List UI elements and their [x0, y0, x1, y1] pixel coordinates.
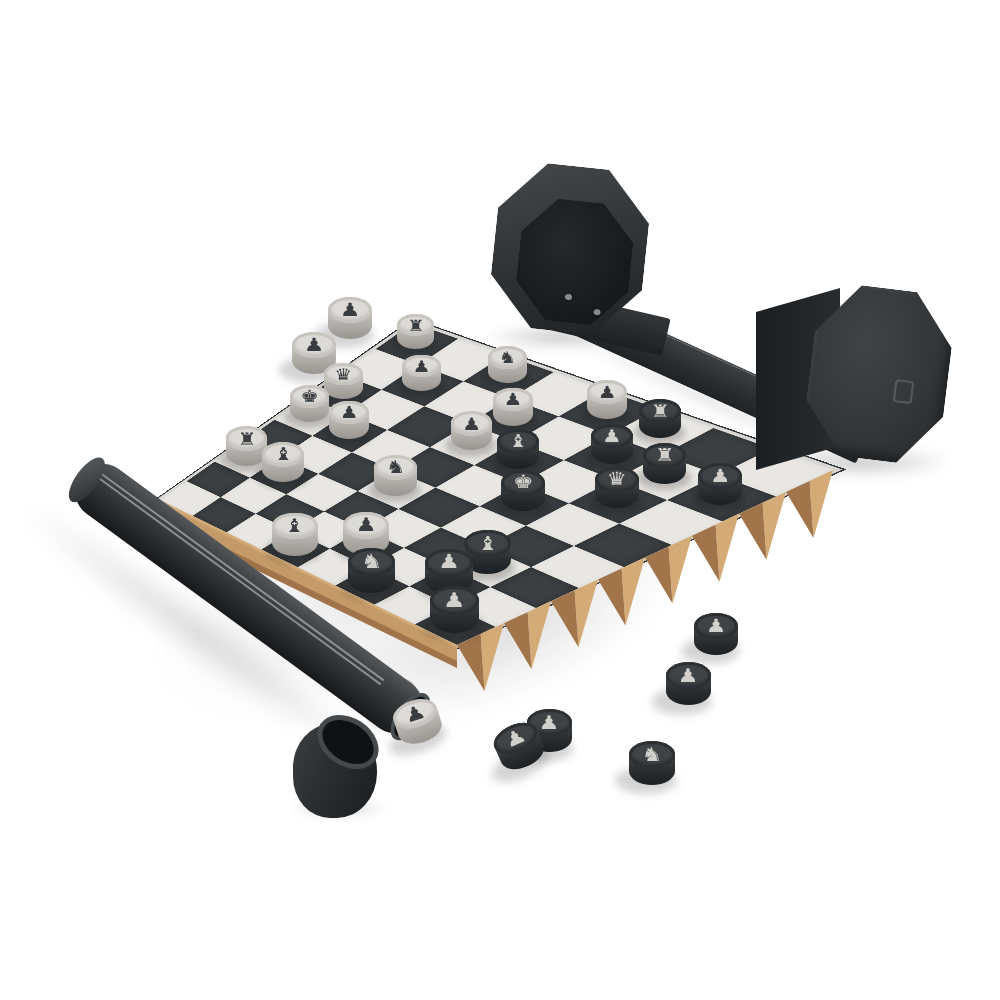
disc-top: ♚: [501, 470, 545, 496]
queen-glyph-icon: ♛: [334, 366, 352, 382]
disc-top: ♝: [272, 513, 318, 540]
disc-top: ♜: [639, 399, 680, 423]
piece-black-knight[interactable]: ♞: [348, 548, 395, 593]
disc-top: ♟: [694, 613, 738, 639]
disc-top: ♞: [348, 548, 395, 576]
queen-glyph-icon: ♛: [607, 470, 627, 488]
king-glyph-icon: ♚: [300, 388, 318, 404]
knight-glyph-icon: ♞: [641, 745, 662, 764]
umbra-logo-mark-icon: [892, 379, 914, 404]
piece-white-knight[interactable]: ♞: [488, 346, 527, 383]
disc-top: ♛: [595, 467, 639, 493]
disc-top: ♜: [226, 426, 267, 450]
piece-white-bishop[interactable]: ♝: [272, 513, 318, 556]
pawn-glyph-icon: ♟: [355, 516, 376, 535]
pawn-glyph-icon: ♟: [462, 415, 481, 432]
piece-black-pawn[interactable]: ♟: [591, 424, 633, 464]
piece-white-pawn[interactable]: ♟: [329, 401, 369, 439]
pawn-glyph-icon: ♟: [340, 404, 359, 421]
knight-glyph-icon: ♞: [361, 552, 383, 572]
rook-glyph-icon: ♜: [655, 447, 675, 465]
piece-white-pawn[interactable]: ♟: [587, 380, 627, 418]
piece-white-rook[interactable]: ♜: [226, 426, 267, 465]
piece-black-bishop[interactable]: ♝: [497, 429, 539, 469]
pawn-glyph-icon: ♟: [539, 713, 560, 732]
piece-black-pawn[interactable]: ♟: [698, 463, 742, 505]
disc-top: ♟: [343, 512, 389, 539]
bishop-glyph-icon: ♝: [508, 433, 528, 451]
pawn-glyph-icon: ♟: [402, 702, 428, 726]
pawn-glyph-icon: ♟: [503, 391, 522, 408]
rook-glyph-icon: ♜: [237, 430, 256, 447]
rook-glyph-icon: ♜: [650, 402, 669, 419]
pawn-glyph-icon: ♟: [443, 591, 466, 611]
disc-top: ♟: [402, 355, 441, 378]
disc-top: ♟: [451, 411, 492, 435]
piece-black-pawn[interactable]: ♟: [666, 662, 711, 705]
piece-white-pawn[interactable]: ♟: [493, 388, 533, 426]
piece-white-rook[interactable]: ♜: [397, 314, 434, 349]
bishop-glyph-icon: ♝: [274, 446, 294, 464]
piece-white-pawn[interactable]: ♟: [402, 355, 441, 392]
disc-top: ♟: [292, 332, 336, 358]
disc-top: ♟: [493, 388, 533, 412]
pawn-glyph-icon: ♟: [438, 553, 460, 573]
knight-glyph-icon: ♞: [498, 349, 516, 365]
disc-top: ♟: [666, 662, 711, 689]
piece-white-bishop[interactable]: ♝: [262, 442, 304, 482]
tube-cap: [293, 724, 377, 818]
piece-black-pawn[interactable]: ♟: [694, 613, 738, 655]
pawn-glyph-icon: ♟: [413, 358, 431, 374]
piece-black-rook[interactable]: ♜: [643, 443, 686, 484]
piece-white-king[interactable]: ♚: [290, 385, 330, 423]
disc-top: ♛: [324, 363, 363, 386]
piece-white-knight[interactable]: ♞: [374, 455, 417, 496]
knight-glyph-icon: ♞: [386, 459, 406, 477]
piece-black-pawn[interactable]: ♟: [430, 586, 479, 632]
disc-top: ♟: [587, 380, 627, 404]
piece-black-king[interactable]: ♚: [501, 470, 545, 512]
disc-top: ♟: [698, 463, 742, 489]
pawn-glyph-icon: ♟: [602, 427, 622, 445]
piece-black-queen[interactable]: ♛: [595, 467, 639, 509]
pawn-glyph-icon: ♟: [598, 384, 617, 401]
disc-top: ♟: [328, 297, 372, 323]
piece-black-rook[interactable]: ♜: [639, 399, 680, 438]
bishop-glyph-icon: ♝: [477, 534, 499, 553]
disc-top: ♟: [425, 549, 472, 577]
disc-top: ♞: [488, 346, 527, 369]
disc-top: ♝: [497, 429, 539, 454]
piece-white-pawn[interactable]: ♟: [451, 411, 492, 450]
pawn-glyph-icon: ♟: [304, 336, 325, 354]
pawn-glyph-icon: ♟: [706, 617, 727, 635]
pawn-glyph-icon: ♟: [710, 467, 730, 485]
disc-top: ♝: [262, 442, 304, 467]
pawn-glyph-icon: ♟: [340, 301, 361, 319]
pawn-glyph-icon: ♟: [678, 666, 699, 685]
piece-white-queen[interactable]: ♛: [324, 363, 363, 400]
bishop-glyph-icon: ♝: [284, 517, 305, 536]
rook-glyph-icon: ♜: [407, 318, 424, 333]
octagon-interior: [512, 195, 637, 329]
disc-top: ♞: [629, 741, 675, 768]
king-glyph-icon: ♚: [513, 473, 533, 491]
disc-top: ♟: [430, 586, 479, 615]
scene: ♜♞♟♟♟♛♟♚♟♞♜♝♟♝♜♟♜♟♛♝♚♝♟♞♟♟♟♟♟♟♟♟♟♞: [0, 0, 1000, 1000]
pawn-glyph-icon: ♟: [502, 725, 529, 751]
piece-black-knight[interactable]: ♞: [629, 741, 675, 785]
